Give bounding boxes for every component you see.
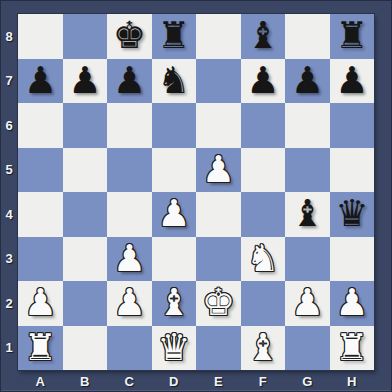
white-rook-piece: ♜ <box>330 326 375 371</box>
square-h7[interactable]: ♟ <box>330 59 375 104</box>
white-pawn-piece: ♟ <box>330 281 375 326</box>
black-pawn-piece: ♟ <box>63 59 108 104</box>
square-h6[interactable] <box>330 103 375 148</box>
rank-labels: 87654321 <box>0 14 18 370</box>
rank-label-6: 6 <box>0 103 18 148</box>
square-g5[interactable] <box>285 148 330 193</box>
black-king-piece: ♚ <box>107 14 152 59</box>
square-f5[interactable] <box>241 148 286 193</box>
square-d5[interactable] <box>152 148 197 193</box>
square-d1[interactable]: ♛ <box>152 326 197 371</box>
black-pawn-piece: ♟ <box>285 59 330 104</box>
black-knight-piece: ♞ <box>152 59 197 104</box>
square-b8[interactable] <box>63 14 108 59</box>
white-queen-piece: ♛ <box>152 326 197 371</box>
black-queen-piece: ♛ <box>330 192 375 237</box>
square-f4[interactable] <box>241 192 286 237</box>
black-bishop-piece: ♝ <box>241 14 286 59</box>
square-g3[interactable] <box>285 237 330 282</box>
file-label-d: D <box>152 370 197 392</box>
square-a2[interactable]: ♟ <box>18 281 63 326</box>
square-a8[interactable] <box>18 14 63 59</box>
square-b3[interactable] <box>63 237 108 282</box>
white-king-piece: ♚ <box>196 281 241 326</box>
square-f2[interactable] <box>241 281 286 326</box>
black-rook-piece: ♜ <box>330 14 375 59</box>
square-e7[interactable] <box>196 59 241 104</box>
square-d2[interactable]: ♝ <box>152 281 197 326</box>
file-label-a: A <box>18 370 63 392</box>
square-d6[interactable] <box>152 103 197 148</box>
square-h8[interactable]: ♜ <box>330 14 375 59</box>
square-f7[interactable]: ♟ <box>241 59 286 104</box>
square-a1[interactable]: ♜ <box>18 326 63 371</box>
square-a4[interactable] <box>18 192 63 237</box>
square-c4[interactable] <box>107 192 152 237</box>
square-d7[interactable]: ♞ <box>152 59 197 104</box>
file-label-b: B <box>63 370 108 392</box>
square-c1[interactable] <box>107 326 152 371</box>
square-d3[interactable] <box>152 237 197 282</box>
square-g7[interactable]: ♟ <box>285 59 330 104</box>
square-f8[interactable]: ♝ <box>241 14 286 59</box>
white-pawn-piece: ♟ <box>107 281 152 326</box>
square-b6[interactable] <box>63 103 108 148</box>
square-d8[interactable]: ♜ <box>152 14 197 59</box>
file-label-h: H <box>330 370 375 392</box>
white-bishop-piece: ♝ <box>241 326 286 371</box>
square-h5[interactable] <box>330 148 375 193</box>
square-h3[interactable] <box>330 237 375 282</box>
square-b5[interactable] <box>63 148 108 193</box>
white-pawn-piece: ♟ <box>18 281 63 326</box>
rank-label-3: 3 <box>0 237 18 282</box>
white-pawn-piece: ♟ <box>196 148 241 193</box>
square-a3[interactable] <box>18 237 63 282</box>
square-h1[interactable]: ♜ <box>330 326 375 371</box>
square-c5[interactable] <box>107 148 152 193</box>
white-pawn-piece: ♟ <box>152 192 197 237</box>
square-c8[interactable]: ♚ <box>107 14 152 59</box>
square-g8[interactable] <box>285 14 330 59</box>
square-a5[interactable] <box>18 148 63 193</box>
white-knight-piece: ♞ <box>241 237 286 282</box>
black-rook-piece: ♜ <box>152 14 197 59</box>
square-b7[interactable]: ♟ <box>63 59 108 104</box>
black-pawn-piece: ♟ <box>241 59 286 104</box>
rank-label-1: 1 <box>0 326 18 371</box>
square-e8[interactable] <box>196 14 241 59</box>
black-pawn-piece: ♟ <box>107 59 152 104</box>
rank-label-7: 7 <box>0 59 18 104</box>
file-labels: ABCDEFGH <box>18 370 374 392</box>
square-f3[interactable]: ♞ <box>241 237 286 282</box>
square-c3[interactable]: ♟ <box>107 237 152 282</box>
square-e2[interactable]: ♚ <box>196 281 241 326</box>
white-pawn-piece: ♟ <box>107 237 152 282</box>
square-g1[interactable] <box>285 326 330 371</box>
square-f6[interactable] <box>241 103 286 148</box>
square-e1[interactable] <box>196 326 241 371</box>
square-g6[interactable] <box>285 103 330 148</box>
black-bishop-piece: ♝ <box>285 192 330 237</box>
white-rook-piece: ♜ <box>18 326 63 371</box>
rank-label-5: 5 <box>0 148 18 193</box>
chess-board: ♚♜♝♜♟♟♟♞♟♟♟♟♟♝♛♟♞♟♟♝♚♟♟♜♛♝♜ <box>18 14 374 370</box>
square-c2[interactable]: ♟ <box>107 281 152 326</box>
black-pawn-piece: ♟ <box>330 59 375 104</box>
white-bishop-piece: ♝ <box>152 281 197 326</box>
square-c7[interactable]: ♟ <box>107 59 152 104</box>
rank-label-8: 8 <box>0 14 18 59</box>
square-g2[interactable]: ♟ <box>285 281 330 326</box>
square-b4[interactable] <box>63 192 108 237</box>
square-d4[interactable]: ♟ <box>152 192 197 237</box>
file-label-c: C <box>107 370 152 392</box>
square-f1[interactable]: ♝ <box>241 326 286 371</box>
square-e4[interactable] <box>196 192 241 237</box>
file-label-f: F <box>241 370 286 392</box>
square-a7[interactable]: ♟ <box>18 59 63 104</box>
square-b1[interactable] <box>63 326 108 371</box>
chess-board-frame: 87654321 ♚♜♝♜♟♟♟♞♟♟♟♟♟♝♛♟♞♟♟♝♚♟♟♜♛♝♜ ABC… <box>0 0 392 392</box>
square-h4[interactable]: ♛ <box>330 192 375 237</box>
file-label-e: E <box>196 370 241 392</box>
white-pawn-piece: ♟ <box>285 281 330 326</box>
rank-label-2: 2 <box>0 281 18 326</box>
square-c6[interactable] <box>107 103 152 148</box>
square-a6[interactable] <box>18 103 63 148</box>
square-e6[interactable] <box>196 103 241 148</box>
square-e3[interactable] <box>196 237 241 282</box>
rank-label-4: 4 <box>0 192 18 237</box>
square-b2[interactable] <box>63 281 108 326</box>
square-e5[interactable]: ♟ <box>196 148 241 193</box>
square-h2[interactable]: ♟ <box>330 281 375 326</box>
file-label-g: G <box>285 370 330 392</box>
black-pawn-piece: ♟ <box>18 59 63 104</box>
square-g4[interactable]: ♝ <box>285 192 330 237</box>
